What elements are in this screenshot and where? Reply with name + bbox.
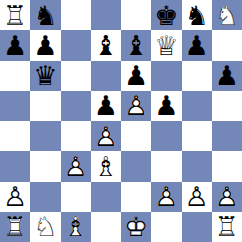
square-h2[interactable]: ♟♙ [212, 182, 242, 212]
square-e4[interactable] [121, 121, 151, 151]
black-knight[interactable]: ♞ [30, 0, 60, 30]
square-e1[interactable]: ♚♔ [121, 212, 151, 242]
square-d7[interactable]: ♝ [91, 30, 121, 60]
square-g2[interactable]: ♟♙ [182, 182, 212, 212]
square-a2[interactable]: ♟♙ [0, 182, 30, 212]
black-pawn[interactable]: ♟ [0, 30, 30, 60]
square-b2[interactable] [30, 182, 60, 212]
square-g8[interactable]: ♞ [182, 0, 212, 30]
square-a6[interactable] [0, 61, 30, 91]
square-f4[interactable] [151, 121, 181, 151]
square-d2[interactable] [91, 182, 121, 212]
square-d6[interactable] [91, 61, 121, 91]
square-g1[interactable] [182, 212, 212, 242]
black-king[interactable]: ♚ [151, 0, 181, 30]
square-e8[interactable] [121, 0, 151, 30]
square-d5[interactable]: ♟ [91, 91, 121, 121]
square-c3[interactable]: ♟♙ [61, 151, 91, 181]
square-g7[interactable]: ♟ [182, 30, 212, 60]
square-f6[interactable] [151, 61, 181, 91]
square-h3[interactable] [212, 151, 242, 181]
white-pawn[interactable]: ♟♙ [121, 91, 151, 121]
square-f1[interactable] [151, 212, 181, 242]
black-pawn[interactable]: ♟ [30, 30, 60, 60]
square-f2[interactable]: ♟♙ [151, 182, 181, 212]
black-pawn[interactable]: ♟ [212, 61, 242, 91]
square-h8[interactable]: ♞♘ [212, 0, 242, 30]
white-pawn[interactable]: ♟♙ [212, 182, 242, 212]
square-d3[interactable]: ♝♗ [91, 151, 121, 181]
square-h1[interactable]: ♜♖ [212, 212, 242, 242]
square-c8[interactable] [61, 0, 91, 30]
white-pawn[interactable]: ♟♙ [91, 121, 121, 151]
square-c7[interactable] [61, 30, 91, 60]
square-g4[interactable] [182, 121, 212, 151]
square-f5[interactable]: ♟ [151, 91, 181, 121]
white-bishop[interactable]: ♝♗ [91, 151, 121, 181]
square-d8[interactable] [91, 0, 121, 30]
black-bishop[interactable]: ♝ [121, 30, 151, 60]
black-queen[interactable]: ♛ [30, 61, 60, 91]
square-e5[interactable]: ♟♙ [121, 91, 151, 121]
square-h7[interactable] [212, 30, 242, 60]
square-f3[interactable] [151, 151, 181, 181]
square-a5[interactable] [0, 91, 30, 121]
white-rook[interactable]: ♜♖ [0, 212, 30, 242]
square-b7[interactable]: ♟ [30, 30, 60, 60]
square-d1[interactable] [91, 212, 121, 242]
square-e6[interactable]: ♟ [121, 61, 151, 91]
square-g3[interactable] [182, 151, 212, 181]
square-a7[interactable]: ♟ [0, 30, 30, 60]
white-rook[interactable]: ♜♖ [212, 212, 242, 242]
square-g6[interactable] [182, 61, 212, 91]
square-h6[interactable]: ♟ [212, 61, 242, 91]
square-c5[interactable] [61, 91, 91, 121]
square-b5[interactable] [30, 91, 60, 121]
square-e7[interactable]: ♝ [121, 30, 151, 60]
black-pawn[interactable]: ♟ [151, 91, 181, 121]
white-bishop[interactable]: ♝♗ [61, 212, 91, 242]
white-rook[interactable]: ♜♖ [0, 0, 30, 30]
square-c1[interactable]: ♝♗ [61, 212, 91, 242]
white-pawn[interactable]: ♟♙ [182, 182, 212, 212]
square-c4[interactable] [61, 121, 91, 151]
square-a3[interactable] [0, 151, 30, 181]
square-e2[interactable] [121, 182, 151, 212]
white-king[interactable]: ♚♔ [121, 212, 151, 242]
white-queen[interactable]: ♛♕ [151, 30, 181, 60]
square-b6[interactable]: ♛ [30, 61, 60, 91]
square-c2[interactable] [61, 182, 91, 212]
black-pawn[interactable]: ♟ [182, 30, 212, 60]
square-f8[interactable]: ♚ [151, 0, 181, 30]
white-knight[interactable]: ♞♘ [30, 212, 60, 242]
square-b3[interactable] [30, 151, 60, 181]
square-b8[interactable]: ♞ [30, 0, 60, 30]
white-knight[interactable]: ♞♘ [212, 0, 242, 30]
black-knight[interactable]: ♞ [182, 0, 212, 30]
square-b4[interactable] [30, 121, 60, 151]
black-bishop[interactable]: ♝ [91, 30, 121, 60]
white-pawn[interactable]: ♟♙ [61, 151, 91, 181]
chess-board: ♜♖♞♚♞♞♘♟♟♝♝♛♕♟♛♟♟♟♟♙♟♟♙♟♙♝♗♟♙♟♙♟♙♟♙♜♖♞♘♝… [0, 0, 242, 242]
white-pawn[interactable]: ♟♙ [151, 182, 181, 212]
square-b1[interactable]: ♞♘ [30, 212, 60, 242]
black-pawn[interactable]: ♟ [91, 91, 121, 121]
black-pawn[interactable]: ♟ [121, 61, 151, 91]
square-a4[interactable] [0, 121, 30, 151]
square-e3[interactable] [121, 151, 151, 181]
square-d4[interactable]: ♟♙ [91, 121, 121, 151]
square-g5[interactable] [182, 91, 212, 121]
white-pawn[interactable]: ♟♙ [0, 182, 30, 212]
square-h5[interactable] [212, 91, 242, 121]
square-c6[interactable] [61, 61, 91, 91]
square-a1[interactable]: ♜♖ [0, 212, 30, 242]
square-a8[interactable]: ♜♖ [0, 0, 30, 30]
square-f7[interactable]: ♛♕ [151, 30, 181, 60]
square-h4[interactable] [212, 121, 242, 151]
